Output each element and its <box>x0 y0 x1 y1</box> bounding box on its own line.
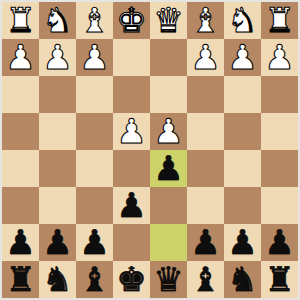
square-a3[interactable] <box>261 76 298 113</box>
square-a1[interactable]: ♜ <box>261 2 298 39</box>
piece-black-pawn[interactable]: ♟ <box>5 225 35 259</box>
square-f8[interactable]: ♝ <box>76 261 113 298</box>
piece-black-rook[interactable]: ♜ <box>264 262 294 296</box>
square-h3[interactable] <box>2 76 39 113</box>
square-c1[interactable]: ♝ <box>187 2 224 39</box>
square-c3[interactable] <box>187 76 224 113</box>
square-e6[interactable]: ♟ <box>113 187 150 224</box>
square-e5[interactable] <box>113 150 150 187</box>
piece-white-bishop[interactable]: ♝ <box>79 3 109 37</box>
square-h7[interactable]: ♟ <box>2 224 39 261</box>
square-d4[interactable]: ♟ <box>150 113 187 150</box>
piece-black-pawn[interactable]: ♟ <box>190 225 220 259</box>
square-e7[interactable] <box>113 224 150 261</box>
square-b7[interactable]: ♟ <box>224 224 261 261</box>
square-e3[interactable] <box>113 76 150 113</box>
square-c2[interactable]: ♟ <box>187 39 224 76</box>
piece-black-pawn[interactable]: ♟ <box>264 225 294 259</box>
square-h6[interactable] <box>2 187 39 224</box>
piece-white-pawn[interactable]: ♟ <box>264 40 294 74</box>
piece-black-pawn[interactable]: ♟ <box>227 225 257 259</box>
square-c7[interactable]: ♟ <box>187 224 224 261</box>
square-e2[interactable] <box>113 39 150 76</box>
square-g4[interactable] <box>39 113 76 150</box>
square-c8[interactable]: ♝ <box>187 261 224 298</box>
piece-white-rook[interactable]: ♜ <box>5 3 35 37</box>
square-g3[interactable] <box>39 76 76 113</box>
square-e1[interactable]: ♚ <box>113 2 150 39</box>
square-b8[interactable]: ♞ <box>224 261 261 298</box>
square-a6[interactable] <box>261 187 298 224</box>
square-g5[interactable] <box>39 150 76 187</box>
square-h1[interactable]: ♜ <box>2 2 39 39</box>
square-b3[interactable] <box>224 76 261 113</box>
square-d1[interactable]: ♛ <box>150 2 187 39</box>
piece-black-knight[interactable]: ♞ <box>42 262 72 296</box>
piece-black-pawn[interactable]: ♟ <box>79 225 109 259</box>
square-b1[interactable]: ♞ <box>224 2 261 39</box>
square-h4[interactable] <box>2 113 39 150</box>
square-a8[interactable]: ♜ <box>261 261 298 298</box>
piece-white-rook[interactable]: ♜ <box>264 3 294 37</box>
piece-black-pawn[interactable]: ♟ <box>42 225 72 259</box>
chess-board: ♜♞♝♚♛♝♞♜♟♟♟♟♟♟♟♟♟♟♟♟♟♟♟♟♜♞♝♚♛♝♞♜ <box>2 2 298 298</box>
square-a7[interactable]: ♟ <box>261 224 298 261</box>
square-d3[interactable] <box>150 76 187 113</box>
square-f7[interactable]: ♟ <box>76 224 113 261</box>
piece-white-pawn[interactable]: ♟ <box>79 40 109 74</box>
piece-black-bishop[interactable]: ♝ <box>190 262 220 296</box>
piece-black-bishop[interactable]: ♝ <box>79 262 109 296</box>
piece-white-pawn[interactable]: ♟ <box>42 40 72 74</box>
square-b6[interactable] <box>224 187 261 224</box>
square-f3[interactable] <box>76 76 113 113</box>
piece-white-knight[interactable]: ♞ <box>42 3 72 37</box>
square-h2[interactable]: ♟ <box>2 39 39 76</box>
chess-board-frame: ♜♞♝♚♛♝♞♜♟♟♟♟♟♟♟♟♟♟♟♟♟♟♟♟♜♞♝♚♛♝♞♜ <box>0 0 300 300</box>
square-f6[interactable] <box>76 187 113 224</box>
piece-white-pawn[interactable]: ♟ <box>5 40 35 74</box>
square-h5[interactable] <box>2 150 39 187</box>
piece-white-bishop[interactable]: ♝ <box>190 3 220 37</box>
piece-black-queen[interactable]: ♛ <box>153 262 183 296</box>
square-c6[interactable] <box>187 187 224 224</box>
piece-black-rook[interactable]: ♜ <box>5 262 35 296</box>
square-g2[interactable]: ♟ <box>39 39 76 76</box>
piece-white-pawn[interactable]: ♟ <box>153 114 183 148</box>
piece-white-king[interactable]: ♚ <box>116 3 146 37</box>
square-a5[interactable] <box>261 150 298 187</box>
piece-black-king[interactable]: ♚ <box>116 262 146 296</box>
square-g8[interactable]: ♞ <box>39 261 76 298</box>
square-f5[interactable] <box>76 150 113 187</box>
square-d5[interactable]: ♟ <box>150 150 187 187</box>
square-c5[interactable] <box>187 150 224 187</box>
square-f1[interactable]: ♝ <box>76 2 113 39</box>
square-h8[interactable]: ♜ <box>2 261 39 298</box>
piece-white-pawn[interactable]: ♟ <box>116 114 146 148</box>
square-b5[interactable] <box>224 150 261 187</box>
square-g7[interactable]: ♟ <box>39 224 76 261</box>
piece-black-pawn[interactable]: ♟ <box>153 151 183 185</box>
square-a2[interactable]: ♟ <box>261 39 298 76</box>
square-f2[interactable]: ♟ <box>76 39 113 76</box>
square-d7[interactable] <box>150 224 187 261</box>
square-c4[interactable] <box>187 113 224 150</box>
piece-white-pawn[interactable]: ♟ <box>190 40 220 74</box>
piece-white-knight[interactable]: ♞ <box>227 3 257 37</box>
square-d8[interactable]: ♛ <box>150 261 187 298</box>
square-f4[interactable] <box>76 113 113 150</box>
square-g6[interactable] <box>39 187 76 224</box>
square-g1[interactable]: ♞ <box>39 2 76 39</box>
piece-black-knight[interactable]: ♞ <box>227 262 257 296</box>
square-d2[interactable] <box>150 39 187 76</box>
square-a4[interactable] <box>261 113 298 150</box>
square-e4[interactable]: ♟ <box>113 113 150 150</box>
square-b2[interactable]: ♟ <box>224 39 261 76</box>
piece-white-pawn[interactable]: ♟ <box>227 40 257 74</box>
piece-black-pawn[interactable]: ♟ <box>116 188 146 222</box>
square-d6[interactable] <box>150 187 187 224</box>
square-b4[interactable] <box>224 113 261 150</box>
piece-white-queen[interactable]: ♛ <box>153 3 183 37</box>
square-e8[interactable]: ♚ <box>113 261 150 298</box>
